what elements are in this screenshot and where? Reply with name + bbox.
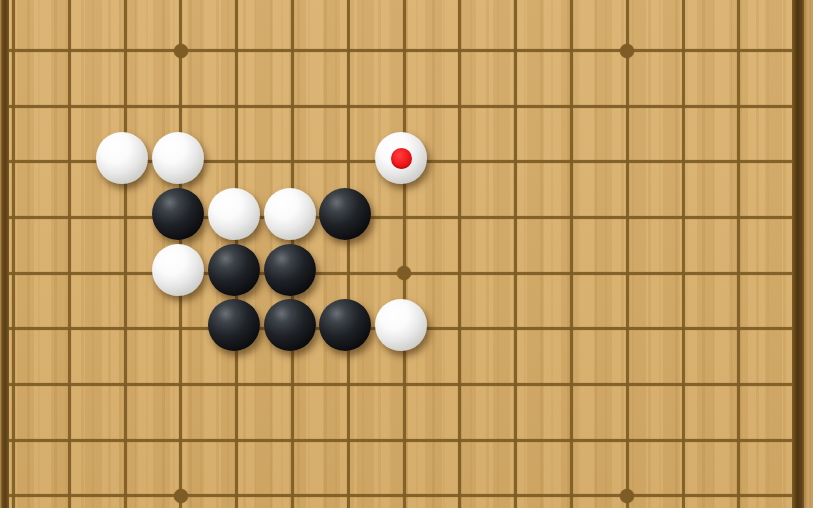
grid-line-horizontal [7,494,797,497]
stone-black[interactable] [264,299,316,351]
board-right-frame [792,0,804,508]
stone-black[interactable] [264,244,316,296]
board-left-edge [0,0,9,508]
star-point [620,489,634,503]
app-screen [0,0,813,508]
stone-black[interactable] [208,244,260,296]
grid-line-vertical [514,0,517,508]
grid-line-vertical [626,0,629,508]
grid-line-vertical [68,0,71,508]
grid-line-vertical [682,0,685,508]
stone-white[interactable] [375,132,427,184]
grid-line-horizontal [7,383,797,386]
stone-white[interactable] [152,132,204,184]
grid-line-horizontal [7,439,797,442]
grid-line-horizontal [7,49,797,52]
board-right-margin [804,0,813,508]
grid-line-vertical [403,0,406,508]
stone-white[interactable] [264,188,316,240]
grid-line-vertical [124,0,127,508]
grid-line-vertical [347,0,350,508]
grid-line-horizontal [7,105,797,108]
grid-line-vertical [12,0,15,508]
gomoku-board[interactable] [0,0,813,508]
grid-line-vertical [737,0,740,508]
star-point [620,44,634,58]
star-point [174,489,188,503]
star-point [174,44,188,58]
grid-line-horizontal [7,216,797,219]
stone-white[interactable] [375,299,427,351]
stone-white[interactable] [96,132,148,184]
stone-white[interactable] [152,244,204,296]
stone-black[interactable] [208,299,260,351]
stone-black[interactable] [152,188,204,240]
stone-white[interactable] [208,188,260,240]
grid-line-vertical [458,0,461,508]
last-move-marker [391,148,412,169]
stone-black[interactable] [319,188,371,240]
grid-line-vertical [570,0,573,508]
